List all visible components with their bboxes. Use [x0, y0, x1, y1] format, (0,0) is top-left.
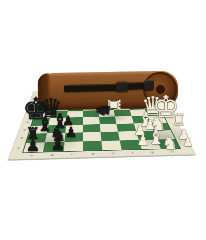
bag-strap [64, 84, 122, 92]
file-label-e: e [112, 152, 115, 155]
bag-strap-buckle [116, 82, 128, 92]
rank-label-8: 8 [34, 96, 37, 97]
rank-label-1: 1 [16, 147, 20, 149]
square-d1 [83, 141, 103, 151]
chess-bag [38, 71, 179, 111]
file-label-a: a [30, 154, 34, 157]
file-label-c: c [71, 153, 74, 156]
piece-cluster-shadow [22, 130, 80, 154]
file-label-f: f [132, 152, 134, 155]
chess-set-photo: 87654321 abcdefgh ♜♞♛♛♚♚♟♜♝♝♟♞♝♟♟♟♜♞♝♟♟♞… [0, 0, 206, 240]
rank-label-7: 7 [33, 102, 36, 103]
rank-label-6: 6 [30, 108, 33, 110]
piece-cluster-shadow [92, 110, 130, 123]
rank-label-3: 3 [23, 129, 26, 131]
file-label-g: g [150, 151, 154, 154]
piece-cluster-shadow [132, 126, 194, 150]
rank-label-4: 4 [26, 121, 29, 123]
square-e1 [101, 140, 121, 150]
file-label-h: h [170, 150, 174, 153]
rank-label-5: 5 [28, 114, 31, 116]
bag-left-end [38, 73, 52, 110]
file-label-d: d [91, 153, 94, 156]
bag-strap-buckle [144, 80, 154, 90]
bag-roll-center [156, 85, 165, 94]
file-label-b: b [50, 154, 54, 157]
